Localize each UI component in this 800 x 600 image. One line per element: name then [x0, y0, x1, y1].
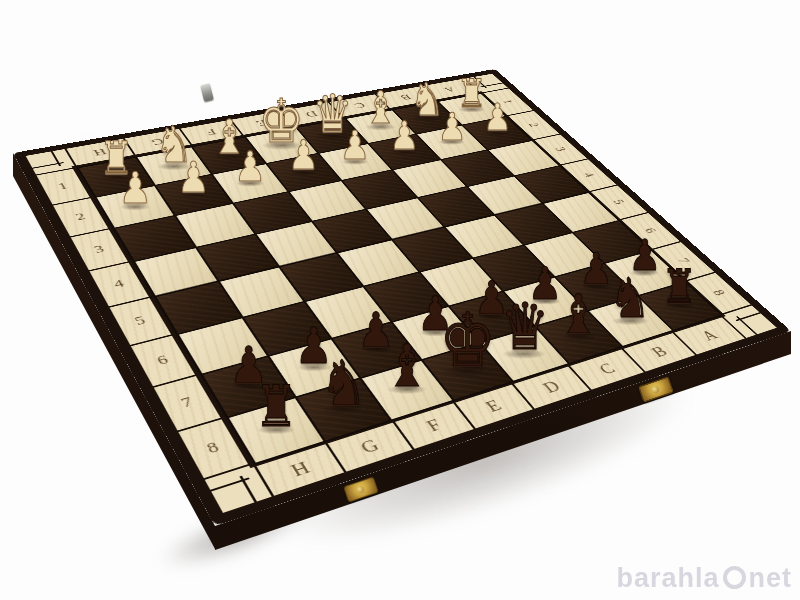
piece-black-bishop-f8[interactable]: ♝ [377, 337, 437, 396]
watermark: barahlanet [616, 563, 792, 594]
piece-black-knight-b8[interactable]: ♞ [602, 271, 658, 326]
watermark-text-left: barahla [616, 563, 719, 593]
piece-white-pawn-f2[interactable]: ♟ [229, 146, 272, 188]
piece-white-pawn-d2[interactable]: ♟ [335, 126, 376, 166]
piece-black-bishop-c8[interactable]: ♝ [551, 288, 606, 342]
piece-white-pawn-e2[interactable]: ♟ [283, 135, 325, 176]
piece-white-pawn-c2[interactable]: ♟ [385, 116, 425, 155]
piece-white-pawn-g2[interactable]: ♟ [172, 156, 215, 199]
photo-stage: HGFEDCBA HGFEDCBA 12345678 12345678 ♜♞♝♛… [0, 0, 800, 600]
piece-black-knight-g8[interactable]: ♞ [311, 353, 375, 416]
ring-icon [723, 566, 746, 589]
piece-black-king-e8[interactable]: ♚ [429, 304, 505, 378]
piece-black-rook-h8[interactable]: ♜ [247, 378, 305, 435]
piece-black-rook-a8[interactable]: ♜ [655, 263, 703, 310]
pieces-layer: ♜♞♝♛♚♝♞♜♟♟♟♟♟♟♟♟♟♟♟♟♟♟♟♟♜♞♝♛♚♝♞♜ [0, 0, 800, 600]
piece-white-pawn-h2[interactable]: ♟ [113, 167, 157, 211]
watermark-text-right: net [749, 563, 793, 593]
piece-white-pawn-b2[interactable]: ♟ [432, 108, 471, 146]
piece-white-pawn-a2[interactable]: ♟ [478, 99, 516, 136]
